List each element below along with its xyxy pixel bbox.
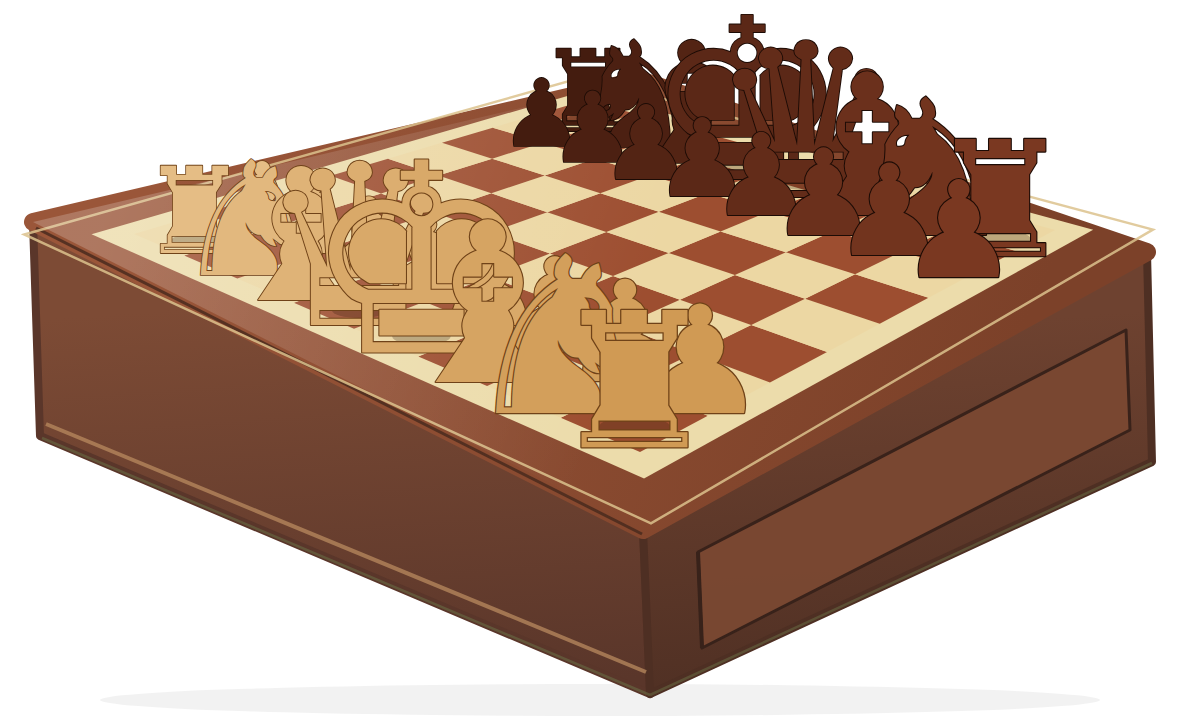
white-rook-a1: ♜ (550, 273, 718, 491)
black-pawn-a7: ♟ (899, 152, 1019, 309)
chess-scene: ♜♟♞♟♝♟♚♟♛♟♝♟♟♞♜♟♟♜♞♟♟♝♟♛♟♟♚♟♝♟♞♜ (0, 0, 1200, 721)
contact-shadow (100, 684, 1100, 716)
wooden-chess-box-photo: ♜♟♞♟♝♟♚♟♛♟♝♟♟♞♜♟♟♜♞♟♟♝♟♛♟♟♚♟♝♟♞♜ (0, 0, 1200, 721)
